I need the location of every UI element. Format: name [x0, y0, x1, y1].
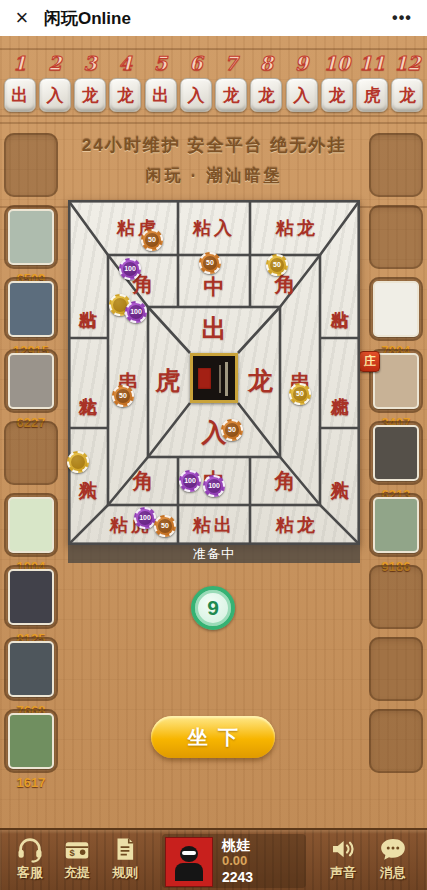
banner-line1: 24小时维护 安全平台 绝无外挂	[64, 134, 364, 157]
tile-script-stroke	[219, 365, 221, 393]
svg-text:$: $	[70, 848, 76, 858]
result-tile: 虎	[356, 78, 388, 112]
round-number: 2	[37, 50, 72, 76]
app-bar: × 闲玩Online •••	[0, 0, 427, 37]
bet-chip: 100	[125, 301, 147, 323]
player-coins: 2243	[222, 869, 306, 885]
round-number: 12	[390, 50, 425, 76]
seat-right-2[interactable]	[369, 205, 423, 269]
avatar	[373, 425, 419, 481]
bet-cell-tiger[interactable]: 虎	[156, 364, 181, 397]
result-tile: 龙	[321, 78, 353, 112]
history-col: 8龙	[249, 50, 284, 112]
round-number: 11	[355, 50, 390, 76]
headset-icon	[15, 834, 45, 864]
seat-left-8[interactable]: 7668	[4, 637, 58, 718]
bet-cell-exit[interactable]: 出	[202, 312, 227, 345]
wallet-icon: $	[62, 834, 92, 864]
history-col: 12龙	[390, 50, 425, 112]
bet-cell-corner-bottom-right[interactable]: 角	[275, 467, 296, 495]
banker-badge: 庄	[359, 351, 380, 372]
seat-right-8[interactable]	[369, 637, 423, 701]
avatar	[8, 209, 54, 265]
app-screen: × 闲玩Online ••• 1出 2入 3龙 4龙 5出 6入 7龙 8龙 9…	[0, 0, 427, 890]
history-col: 10龙	[319, 50, 354, 112]
avatar	[8, 641, 54, 697]
seat-left-3[interactable]: 12915	[4, 277, 58, 358]
result-tile: 龙	[250, 78, 282, 112]
bet-cell-outer-top-right[interactable]: 粘龙	[276, 216, 318, 240]
round-number: 6	[178, 50, 213, 76]
rules-button[interactable]: 规则	[97, 834, 153, 882]
round-number: 8	[249, 50, 284, 76]
seat-right-1[interactable]	[369, 133, 423, 197]
bbar-label: 规则	[97, 864, 153, 882]
player-avatar[interactable]	[165, 837, 213, 887]
result-tile: 入	[39, 78, 71, 112]
bet-chip	[67, 451, 89, 473]
avatar	[373, 497, 419, 553]
seat-right-7[interactable]	[369, 565, 423, 629]
result-tile: 入	[286, 78, 318, 112]
round-number: 10	[319, 50, 354, 76]
seat-right-5[interactable]: 6213	[369, 421, 423, 502]
seat-right-4[interactable]: 庄3407	[369, 349, 423, 430]
player-name: 桃娃	[222, 837, 306, 853]
app-title: 闲玩Online	[44, 7, 131, 30]
seat-left-1[interactable]	[4, 133, 58, 197]
history-strip: 1出 2入 3龙 4龙 5出 6入 7龙 8龙 9入 10龙 11虎 12龙	[2, 50, 425, 112]
result-tile: 出	[4, 78, 36, 112]
player-panel: 桃娃 0.00 2243	[162, 834, 306, 888]
bet-chip: 100	[203, 475, 225, 497]
bet-chip: 50	[199, 252, 221, 274]
bet-chip: 50	[221, 419, 243, 441]
result-tile: 龙	[74, 78, 106, 112]
result-tile: 入	[180, 78, 212, 112]
round-number: 4	[108, 50, 143, 76]
history-col: 11虎	[355, 50, 390, 112]
bet-chip: 50	[289, 383, 311, 405]
seat-left-7[interactable]: 8125	[4, 565, 58, 646]
seat-left-5[interactable]	[4, 421, 58, 485]
seat-right-9[interactable]	[369, 709, 423, 773]
avatar	[8, 281, 54, 337]
avatar	[8, 497, 54, 553]
sound-button[interactable]: 声音	[315, 834, 371, 882]
avatar	[8, 569, 54, 625]
round-number: 9	[284, 50, 319, 76]
bet-chip: 100	[119, 258, 141, 280]
bet-chip: 100	[179, 470, 201, 492]
result-tile: 出	[145, 78, 177, 112]
bet-chip: 50	[112, 385, 134, 407]
bet-cell-middle-top[interactable]: 中	[204, 273, 225, 301]
history-col: 1出	[2, 50, 37, 112]
bet-cell-dragon[interactable]: 龙	[248, 364, 273, 397]
face-down-tile	[190, 353, 238, 403]
history-col: 6入	[178, 50, 213, 112]
history-col: 5出	[143, 50, 178, 112]
banner-line2: 闲玩 · 潮汕暗堡	[64, 166, 364, 187]
message-button[interactable]: 消息	[365, 834, 421, 882]
seat-left-4[interactable]: 6227	[4, 349, 58, 430]
seat-left-2[interactable]: 6509	[4, 205, 58, 286]
bet-cell-outer-bottom[interactable]: 粘出	[193, 513, 235, 537]
sit-down-button[interactable]: 坐下	[151, 716, 275, 758]
bet-chip: 50	[141, 229, 163, 251]
seat-right-3[interactable]: 7884	[369, 277, 423, 358]
tile-seal	[198, 368, 211, 389]
result-tile: 龙	[391, 78, 423, 112]
history-col: 7龙	[214, 50, 249, 112]
bbar-label: 消息	[365, 864, 421, 882]
status-text: 准备中	[68, 545, 360, 563]
banner: 24小时维护 安全平台 绝无外挂 闲玩 · 潮汕暗堡	[64, 134, 364, 187]
bet-cell-outer-bottom-right[interactable]: 粘龙	[276, 513, 318, 537]
bottom-bar: 客服 $ 充提 规则 桃娃 0.00	[0, 828, 427, 890]
message-icon	[378, 834, 408, 864]
bet-chip: 100	[134, 507, 156, 529]
speaker-icon	[328, 834, 358, 864]
countdown-timer: 9	[191, 586, 235, 630]
round-number: 5	[143, 50, 178, 76]
betting-board: 粘虎 粘入 粘龙 粘出 粘龙 粘入 粘出 粘虎 粘入 粘虎 粘出 粘龙 角 中 …	[68, 200, 360, 545]
history-col: 4龙	[108, 50, 143, 112]
round-number: 1	[2, 50, 37, 76]
bet-chip: 50	[266, 254, 288, 276]
round-number: 3	[73, 50, 108, 76]
rules-icon	[110, 834, 140, 864]
seat-left-6[interactable]: 1004	[4, 493, 58, 574]
bet-chip: 50	[154, 515, 176, 537]
bbar-label: 声音	[315, 864, 371, 882]
bet-cell-corner-bottom-left[interactable]: 角	[133, 467, 154, 495]
result-tile: 龙	[109, 78, 141, 112]
round-number: 7	[214, 50, 249, 76]
bet-cell-outer-top[interactable]: 粘入	[193, 216, 235, 240]
player-balance: 0.00	[222, 853, 306, 869]
history-col: 2入	[37, 50, 72, 112]
close-icon[interactable]: ×	[0, 0, 44, 36]
more-menu-icon[interactable]: •••	[377, 9, 427, 27]
seat-player-id: 1617	[4, 775, 58, 790]
avatar	[373, 281, 419, 337]
avatar	[8, 713, 54, 769]
tile-script-stroke	[225, 362, 228, 396]
result-tile: 龙	[215, 78, 247, 112]
history-col: 3龙	[73, 50, 108, 112]
avatar	[8, 353, 54, 409]
seat-right-6[interactable]: 9186	[369, 493, 423, 574]
seat-left-9[interactable]: 1617	[4, 709, 58, 790]
history-col: 9入	[284, 50, 319, 112]
